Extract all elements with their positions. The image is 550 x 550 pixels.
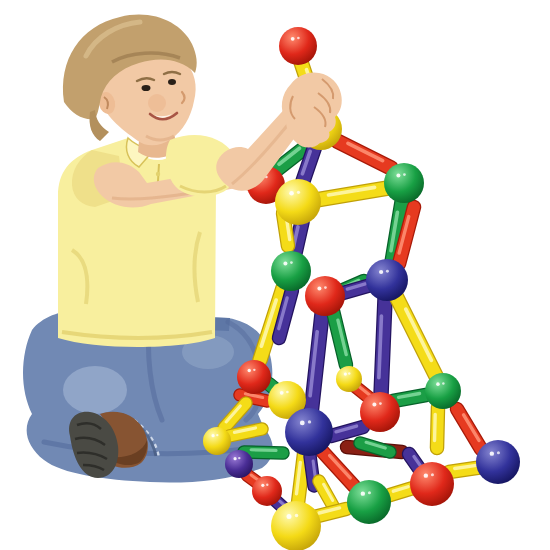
rod-highlight — [251, 450, 276, 451]
ball-red — [410, 462, 454, 506]
ball-blue — [285, 408, 333, 456]
ball-specular — [386, 270, 389, 273]
jeans-knee-highlight — [63, 366, 127, 414]
hair-side — [89, 110, 109, 141]
rod-red — [337, 141, 391, 168]
ball-specular — [211, 434, 214, 437]
rod-yellow — [396, 296, 436, 376]
ball-specular — [379, 402, 382, 405]
ball-specular — [368, 491, 371, 494]
ball-specular — [442, 382, 445, 385]
ball-specular — [324, 286, 327, 289]
ball-specular — [348, 372, 350, 374]
shirt-button — [156, 172, 160, 176]
ball-specular — [300, 420, 305, 425]
ball-red — [279, 27, 317, 65]
ball-specular — [283, 261, 287, 265]
eye-left — [142, 85, 151, 91]
ball-specular — [295, 514, 299, 518]
ball-red — [360, 392, 400, 432]
ball-specular — [253, 369, 255, 371]
ball-specular — [233, 457, 236, 460]
photo-canvas — [0, 0, 550, 550]
rod-highlight — [435, 414, 436, 440]
ball-green — [384, 163, 424, 203]
ball-specular — [361, 491, 365, 495]
ball-yellow — [271, 501, 321, 550]
ball-specular — [291, 37, 295, 41]
rod-green — [333, 311, 346, 365]
ball-specular — [261, 484, 264, 487]
ball-specular — [297, 37, 300, 40]
tower-rods — [224, 62, 483, 517]
ball-red — [252, 476, 282, 506]
ball-specular — [317, 286, 321, 290]
ball-specular — [490, 451, 494, 455]
head — [63, 15, 197, 146]
ball-green — [271, 251, 311, 291]
ball-specular — [436, 382, 440, 386]
ball-specular — [286, 391, 289, 394]
ball-specular — [248, 369, 251, 372]
eye-right — [168, 79, 176, 85]
ball-specular — [379, 270, 383, 274]
ball-specular — [289, 191, 294, 196]
ball-red — [305, 276, 345, 316]
rod-yellow — [319, 481, 333, 506]
ball-specular — [344, 372, 347, 375]
ball-specular — [297, 191, 300, 194]
ball-blue — [366, 259, 408, 301]
ball-specular — [280, 391, 284, 395]
ball-specular — [266, 484, 268, 486]
ball-specular — [497, 451, 500, 454]
ball-blue — [476, 440, 520, 484]
ball-yellow — [203, 427, 231, 455]
ball-specular — [308, 420, 311, 423]
rod-red — [322, 451, 354, 486]
ball-specular — [238, 457, 240, 459]
ball-purple — [225, 450, 253, 478]
rod-highlight — [379, 316, 382, 377]
ball-specular — [372, 402, 376, 406]
magnet-tower — [203, 27, 520, 550]
ball-red — [237, 360, 271, 394]
ball-green — [347, 480, 391, 524]
ball-specular — [396, 173, 400, 177]
scene-svg — [0, 0, 550, 550]
rod-yellow — [437, 407, 438, 448]
ball-specular — [424, 473, 428, 477]
ball-specular — [216, 434, 218, 436]
ball-yellow — [336, 366, 362, 392]
ball-specular — [290, 261, 293, 264]
cheek-blush — [148, 94, 166, 112]
ball-specular — [287, 514, 292, 519]
ball-green — [425, 373, 461, 409]
ball-yellow — [275, 179, 321, 225]
ball-specular — [403, 173, 406, 176]
ball-specular — [431, 473, 434, 476]
rod-green — [244, 452, 283, 453]
